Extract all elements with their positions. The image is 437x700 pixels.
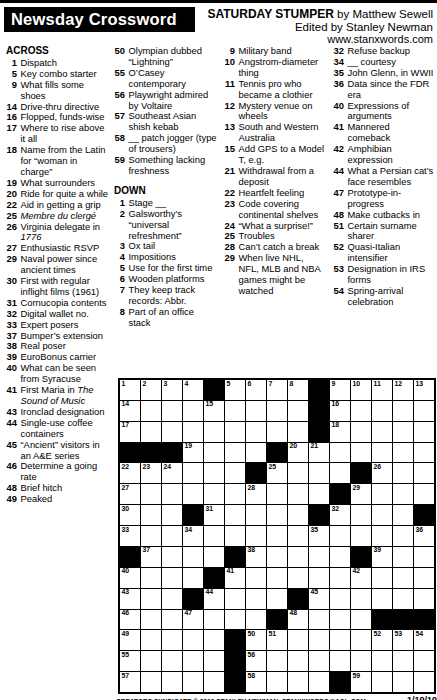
cell-number: 20 [290, 443, 298, 450]
cell-r9c5[interactable] [204, 547, 224, 567]
down-clue-54: 54Spring-arrival celebration [331, 286, 435, 308]
cell-number: 59 [353, 673, 361, 680]
clue-text: Amphibian expression [348, 144, 436, 166]
cell-number: 31 [206, 506, 214, 513]
cell-r6c12[interactable]: 29 [351, 484, 371, 504]
black-cell [330, 484, 350, 504]
cell-r10c3[interactable] [162, 568, 182, 588]
cell-r7c6[interactable] [225, 505, 245, 525]
cell-number: 58 [248, 673, 256, 680]
cell-r1c15[interactable]: 13 [414, 380, 434, 400]
clue-number: 18 [4, 145, 17, 156]
cell-r2c8[interactable] [267, 401, 287, 421]
cell-r15c8[interactable] [267, 672, 287, 692]
cell-r11c15[interactable] [414, 589, 434, 609]
cell-r14c7[interactable]: 56 [246, 651, 266, 671]
cell-r4c6[interactable] [225, 443, 245, 463]
cell-r6c5[interactable] [204, 484, 224, 504]
cell-r15c4[interactable] [183, 672, 203, 692]
cell-r1c7[interactable]: 6 [246, 380, 266, 400]
black-cell [183, 589, 203, 609]
cell-r1c13[interactable]: 11 [372, 380, 392, 400]
cell-r7c13[interactable] [372, 505, 392, 525]
cell-r13c11[interactable] [330, 630, 350, 650]
cell-r1c11[interactable]: 9 [330, 380, 350, 400]
cell-r4c11[interactable] [330, 443, 350, 463]
cell-r8c11[interactable] [330, 526, 350, 546]
cell-r4c5[interactable] [204, 443, 224, 463]
cell-r15c13[interactable] [372, 672, 392, 692]
clue-number: 17 [4, 123, 17, 134]
cell-r5c6[interactable] [225, 463, 245, 483]
cell-r2c3[interactable] [162, 401, 182, 421]
cell-r15c15[interactable] [414, 672, 434, 692]
cell-r1c12[interactable]: 10 [351, 380, 371, 400]
cell-r8c3[interactable] [162, 526, 182, 546]
cell-r10c1[interactable]: 40 [120, 568, 140, 588]
down-clue-53: 53Designation in IRS forms [331, 264, 435, 286]
cell-r9c8[interactable] [267, 547, 287, 567]
black-cell [309, 505, 329, 525]
cell-r10c13[interactable] [372, 568, 392, 588]
cell-r15c10[interactable] [309, 672, 329, 692]
across-clue-45: 45“Ancient” visitors in an A&E series [4, 440, 110, 462]
black-cell [204, 380, 224, 400]
cell-r11c10[interactable]: 45 [309, 589, 329, 609]
clue-number: 41 [4, 385, 17, 396]
across-clue-58: 58__ patch jogger (type of trousers) [112, 133, 218, 155]
cell-r13c2[interactable] [141, 630, 161, 650]
cell-r10c12[interactable]: 42 [351, 568, 371, 588]
cell-r3c8[interactable] [267, 422, 287, 442]
clue-number: 40 [4, 363, 17, 374]
clue-number: 58 [112, 133, 125, 144]
cell-r6c3[interactable] [162, 484, 182, 504]
cell-r15c2[interactable] [141, 672, 161, 692]
cell-r5c13[interactable]: 26 [372, 463, 392, 483]
cell-r8c13[interactable] [372, 526, 392, 546]
cell-number: 40 [122, 568, 130, 575]
cell-r4c12[interactable] [351, 443, 371, 463]
cell-r7c14[interactable] [393, 505, 413, 525]
cell-r14c5[interactable] [204, 651, 224, 671]
cell-r12c5[interactable] [204, 610, 224, 630]
masthead-right: SATURDAY STUMPER by Matthew Sewell Edite… [207, 8, 433, 46]
cell-r3c14[interactable] [393, 422, 413, 442]
cell-r2c13[interactable] [372, 401, 392, 421]
cell-r11c2[interactable] [141, 589, 161, 609]
cell-r13c12[interactable] [351, 630, 371, 650]
cell-r3c15[interactable] [414, 422, 434, 442]
across-header: ACROSS [6, 46, 110, 57]
cell-r12c11[interactable] [330, 610, 350, 630]
cell-r2c9[interactable] [288, 401, 308, 421]
black-cell [183, 505, 203, 525]
clue-number: 59 [112, 155, 125, 166]
cell-r12c6[interactable] [225, 610, 245, 630]
black-cell [372, 610, 392, 630]
cell-r12c1[interactable]: 46 [120, 610, 140, 630]
cell-r9c14[interactable] [393, 547, 413, 567]
across-clue-46: 46Determine a going rate [4, 461, 110, 483]
across-clue-50: 50Olympian dubbed “Lightning” [112, 46, 218, 68]
cell-r3c1[interactable]: 17 [120, 422, 140, 442]
clue-number: 56 [112, 90, 125, 101]
cell-r10c8[interactable] [267, 568, 287, 588]
cell-number: 13 [416, 381, 424, 388]
cell-r11c7[interactable] [246, 589, 266, 609]
cell-r8c9[interactable] [288, 526, 308, 546]
cell-r7c11[interactable]: 32 [330, 505, 350, 525]
cell-r14c14[interactable] [393, 651, 413, 671]
cell-r10c4[interactable] [183, 568, 203, 588]
clue-text: Where to rise above it all [21, 123, 111, 145]
cell-r3c3[interactable] [162, 422, 182, 442]
cell-r9c13[interactable]: 39 [372, 547, 392, 567]
cell-r1c14[interactable]: 12 [393, 380, 413, 400]
cell-r13c4[interactable] [183, 630, 203, 650]
cell-r14c3[interactable] [162, 651, 182, 671]
cell-number: 51 [269, 631, 277, 638]
cell-r8c7[interactable] [246, 526, 266, 546]
cell-number: 25 [269, 464, 277, 471]
cell-r7c8[interactable] [267, 505, 287, 525]
cell-r14c12[interactable] [351, 651, 371, 671]
cell-r3c9[interactable] [288, 422, 308, 442]
cell-r5c15[interactable] [414, 463, 434, 483]
cell-r12c7[interactable] [246, 610, 266, 630]
cell-r8c8[interactable] [267, 526, 287, 546]
clue-number: 40 [331, 101, 344, 112]
clue-text: Naval power since ancient times [21, 254, 111, 276]
cell-r4c4[interactable]: 19 [183, 443, 203, 463]
cell-number: 28 [248, 485, 256, 492]
cell-r6c7[interactable]: 28 [246, 484, 266, 504]
cell-r9c3[interactable] [162, 547, 182, 567]
cell-r12c12[interactable] [351, 610, 371, 630]
cell-r1c9[interactable]: 8 [288, 380, 308, 400]
cell-r4c9[interactable]: 20 [288, 443, 308, 463]
cell-r5c3[interactable]: 24 [162, 463, 182, 483]
cell-r13c14[interactable]: 53 [393, 630, 413, 650]
cell-r4c7[interactable] [246, 443, 266, 463]
cell-r2c15[interactable] [414, 401, 434, 421]
clue-text: South and Western Australia [239, 122, 327, 144]
cell-r6c4[interactable] [183, 484, 203, 504]
cell-r5c8[interactable]: 25 [267, 463, 287, 483]
cell-r6c8[interactable] [267, 484, 287, 504]
cell-number: 12 [395, 381, 403, 388]
cell-r15c9[interactable] [288, 672, 308, 692]
cell-r5c9[interactable] [288, 463, 308, 483]
cell-r1c4[interactable]: 4 [183, 380, 203, 400]
cell-r13c3[interactable] [162, 630, 182, 650]
cell-r10c10[interactable] [309, 568, 329, 588]
cell-r10c6[interactable]: 41 [225, 568, 245, 588]
cell-r15c1[interactable]: 57 [120, 672, 140, 692]
cell-r7c1[interactable]: 30 [120, 505, 140, 525]
black-cell [204, 568, 224, 588]
clue-text: What a Persian cat’s face resembles [348, 166, 436, 188]
cell-r1c6[interactable]: 5 [225, 380, 245, 400]
cell-r6c15[interactable] [414, 484, 434, 504]
black-cell [330, 672, 350, 692]
cell-r7c9[interactable] [288, 505, 308, 525]
cell-r13c13[interactable]: 52 [372, 630, 392, 650]
cell-r11c8[interactable] [267, 589, 287, 609]
page-title-text: Newsday Crossword [4, 7, 195, 32]
clue-text: Playwright admired by Voltaire [129, 90, 219, 112]
cell-r13c15[interactable]: 54 [414, 630, 434, 650]
clue-number: 26 [4, 222, 17, 233]
crossword-grid: 1234567891011121314151617181920212223242… [118, 378, 436, 694]
cell-r8c2[interactable] [141, 526, 161, 546]
cell-r2c2[interactable] [141, 401, 161, 421]
across-clue-56: 56Playwright admired by Voltaire [112, 90, 218, 112]
cell-r6c1[interactable]: 27 [120, 484, 140, 504]
cell-r11c3[interactable] [162, 589, 182, 609]
cell-r12c2[interactable] [141, 610, 161, 630]
cell-r11c5[interactable]: 44 [204, 589, 224, 609]
clue-number: 52 [331, 242, 344, 253]
cell-r13c8[interactable]: 51 [267, 630, 287, 650]
cell-r3c13[interactable] [372, 422, 392, 442]
cell-r11c11[interactable] [330, 589, 350, 609]
cell-number: 43 [122, 589, 130, 596]
across-clue-17: 17Where to rise above it all [4, 123, 110, 145]
cell-r10c7[interactable] [246, 568, 266, 588]
cell-r11c1[interactable]: 43 [120, 589, 140, 609]
cell-r14c1[interactable]: 55 [120, 651, 140, 671]
cell-r14c15[interactable] [414, 651, 434, 671]
cell-number: 10 [353, 381, 361, 388]
cell-r6c13[interactable] [372, 484, 392, 504]
cell-number: 17 [122, 422, 130, 429]
cell-number: 19 [185, 443, 193, 450]
cell-number: 9 [332, 381, 336, 388]
cell-number: 34 [185, 527, 193, 534]
cell-number: 49 [122, 631, 130, 638]
cell-number: 37 [143, 547, 151, 554]
cell-r6c9[interactable] [288, 484, 308, 504]
cell-r15c12[interactable]: 59 [351, 672, 371, 692]
cell-r10c11[interactable] [330, 568, 350, 588]
across-clue-49: 49Peaked [4, 494, 110, 505]
across-clue-55: 55O’Casey contemporary [112, 68, 218, 90]
clue-number: 15 [222, 144, 235, 155]
cell-r9c15[interactable] [414, 547, 434, 567]
black-cell [162, 443, 182, 463]
cell-r8c15[interactable]: 36 [414, 526, 434, 546]
cell-r2c6[interactable] [225, 401, 245, 421]
clue-number: 29 [222, 253, 235, 264]
cell-number: 53 [395, 631, 403, 638]
cell-r11c6[interactable] [225, 589, 245, 609]
clue-text: Spring-arrival celebration [348, 286, 436, 308]
cell-r5c2[interactable]: 23 [141, 463, 161, 483]
cell-r3c4[interactable] [183, 422, 203, 442]
cell-r3c12[interactable] [351, 422, 371, 442]
cell-r14c4[interactable] [183, 651, 203, 671]
cell-r5c1[interactable]: 22 [120, 463, 140, 483]
down-clue-29: 29When live NHL, NFL, MLB and NBA games … [222, 253, 326, 297]
cell-r2c4[interactable] [183, 401, 203, 421]
cell-r8c14[interactable] [393, 526, 413, 546]
clue-text: They keep track records: Abbr. [129, 285, 219, 307]
clue-number: 49 [4, 494, 17, 505]
cell-r7c5[interactable]: 31 [204, 505, 224, 525]
clue-text: Quasi-Italian intensifier [348, 242, 436, 264]
cell-number: 36 [416, 527, 424, 534]
cell-r9c9[interactable] [288, 547, 308, 567]
cell-r11c12[interactable] [351, 589, 371, 609]
cell-r2c7[interactable] [246, 401, 266, 421]
cell-r9c7[interactable]: 38 [246, 547, 266, 567]
cell-number: 56 [248, 652, 256, 659]
cell-r3c5[interactable] [204, 422, 224, 442]
cell-r6c6[interactable] [225, 484, 245, 504]
cell-r15c7[interactable]: 58 [246, 672, 266, 692]
cell-r13c9[interactable] [288, 630, 308, 650]
black-cell [246, 463, 266, 483]
clue-number: 13 [222, 122, 235, 133]
cell-r15c3[interactable] [162, 672, 182, 692]
cell-r12c10[interactable] [309, 610, 329, 630]
cell-r4c10[interactable]: 21 [309, 443, 329, 463]
cell-r8c4[interactable]: 34 [183, 526, 203, 546]
cell-r13c1[interactable]: 49 [120, 630, 140, 650]
clue-text: Expressions of arguments [348, 101, 436, 123]
cell-r7c7[interactable] [246, 505, 266, 525]
cell-r2c11[interactable]: 16 [330, 401, 350, 421]
cell-r14c2[interactable] [141, 651, 161, 671]
cell-r9c2[interactable]: 37 [141, 547, 161, 567]
cell-r2c12[interactable] [351, 401, 371, 421]
black-cell [309, 401, 329, 421]
clue-number: 21 [222, 166, 235, 177]
cell-number: 4 [185, 381, 189, 388]
clue-number: 36 [331, 79, 344, 90]
cell-r13c7[interactable]: 50 [246, 630, 266, 650]
cell-r14c11[interactable] [330, 651, 350, 671]
cell-r4c15[interactable] [414, 443, 434, 463]
cell-r3c2[interactable] [141, 422, 161, 442]
cell-r6c14[interactable] [393, 484, 413, 504]
cell-r2c1[interactable]: 14 [120, 401, 140, 421]
cell-r14c8[interactable] [267, 651, 287, 671]
cell-r4c14[interactable] [393, 443, 413, 463]
cell-r10c2[interactable] [141, 568, 161, 588]
cell-r2c14[interactable] [393, 401, 413, 421]
cell-r13c5[interactable] [204, 630, 224, 650]
cell-r5c4[interactable] [183, 463, 203, 483]
cell-r8c10[interactable]: 35 [309, 526, 329, 546]
cell-number: 29 [353, 485, 361, 492]
cell-r4c13[interactable] [372, 443, 392, 463]
cell-r8c1[interactable]: 33 [120, 526, 140, 546]
cell-r15c14[interactable] [393, 672, 413, 692]
black-cell [393, 610, 413, 630]
clue-number: 54 [331, 286, 344, 297]
cell-r15c5[interactable] [204, 672, 224, 692]
cell-r9c10[interactable] [309, 547, 329, 567]
clue-number: 2 [112, 209, 125, 220]
cell-r5c14[interactable] [393, 463, 413, 483]
cell-r8c12[interactable] [351, 526, 371, 546]
cell-r11c13[interactable] [372, 589, 392, 609]
cell-r5c10[interactable] [309, 463, 329, 483]
cell-number: 3 [164, 381, 168, 388]
cell-r10c9[interactable] [288, 568, 308, 588]
across-clue-30: 30First with regular inflight films (196… [4, 276, 110, 298]
down-clue-40: 40Expressions of arguments [331, 101, 435, 123]
cell-r14c10[interactable] [309, 651, 329, 671]
black-cell [288, 589, 308, 609]
cell-r2c5[interactable]: 15 [204, 401, 224, 421]
cell-r9c4[interactable] [183, 547, 203, 567]
down-clue-8: 8Part of an office stack [112, 307, 218, 329]
cell-r3c11[interactable]: 18 [330, 422, 350, 442]
cell-r1c2[interactable]: 2 [141, 380, 161, 400]
clue-text: Olympian dubbed “Lightning” [129, 46, 219, 68]
cell-r10c15[interactable] [414, 568, 434, 588]
clue-text: First Maria in The Sound of Music [21, 385, 111, 407]
cell-r7c12[interactable] [351, 505, 371, 525]
cell-r6c2[interactable] [141, 484, 161, 504]
clue-text: Peaked [21, 494, 111, 505]
cell-r14c13[interactable] [372, 651, 392, 671]
across-clue-57: 57Southeast Asian shish kebab [112, 111, 218, 133]
cell-r1c3[interactable]: 3 [162, 380, 182, 400]
cell-r14c9[interactable] [288, 651, 308, 671]
cell-r13c10[interactable] [309, 630, 329, 650]
cell-r9c11[interactable] [330, 547, 350, 567]
cell-number: 26 [374, 464, 382, 471]
clue-text: __ patch jogger (type of trousers) [129, 133, 219, 155]
cell-r7c2[interactable] [141, 505, 161, 525]
clue-text: Part of an office stack [129, 307, 219, 329]
cell-r11c14[interactable] [393, 589, 413, 609]
cell-r3c7[interactable] [246, 422, 266, 442]
clue-text: O’Casey contemporary [129, 68, 219, 90]
clue-number: 51 [331, 221, 344, 232]
across-clue-29: 29Naval power since ancient times [4, 254, 110, 276]
clue-text: Data since the FDR era [348, 79, 436, 101]
cell-r1c8[interactable]: 7 [267, 380, 287, 400]
cell-r5c5[interactable] [204, 463, 224, 483]
clue-number: 41 [331, 122, 344, 133]
cell-r8c5[interactable] [204, 526, 224, 546]
cell-r1c1[interactable]: 1 [120, 380, 140, 400]
clue-text: Tennis pro who became a clothier [239, 79, 327, 101]
down-clue-7: 7They keep track records: Abbr. [112, 285, 218, 307]
black-cell [351, 547, 371, 567]
cell-r10c14[interactable] [393, 568, 413, 588]
cell-r12c9[interactable]: 48 [288, 610, 308, 630]
cell-number: 14 [122, 401, 130, 408]
cell-r3c6[interactable] [225, 422, 245, 442]
cell-number: 8 [290, 381, 294, 388]
across-clue-26: 26Virginia delegate in 1776 [4, 222, 110, 244]
cell-number: 42 [353, 568, 361, 575]
cell-r12c4[interactable]: 47 [183, 610, 203, 630]
cell-r12c3[interactable] [162, 610, 182, 630]
cell-number: 39 [374, 547, 382, 554]
cell-r5c11[interactable] [330, 463, 350, 483]
cell-r7c3[interactable] [162, 505, 182, 525]
cell-r8c6[interactable] [225, 526, 245, 546]
cell-r6c10[interactable] [309, 484, 329, 504]
